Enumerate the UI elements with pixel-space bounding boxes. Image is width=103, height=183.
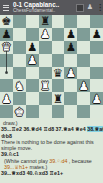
square-f2[interactable]	[64, 92, 77, 105]
square-d7[interactable]: ♟	[39, 28, 52, 41]
white-piece-p-f4: ♟	[66, 67, 76, 79]
square-g2[interactable]	[77, 92, 90, 105]
overflow-menu-icon[interactable]: ⋮	[96, 4, 101, 12]
current-move-highlight[interactable]: 38.♕a6	[87, 126, 103, 132]
annotation-text: (White cannot play	[4, 158, 49, 164]
white-piece-q-a6: ♛	[1, 41, 11, 53]
white-piece-p-g3: ♟	[79, 80, 89, 92]
annotation-text: , because	[67, 158, 91, 164]
square-c5[interactable]: ♟	[26, 54, 39, 67]
square-a6[interactable]: ♛	[0, 41, 13, 54]
square-c7[interactable]	[26, 28, 39, 41]
black-piece-k-a8: ♚	[1, 15, 11, 27]
black-piece-p-a7: ♟	[1, 28, 11, 40]
square-c1[interactable]	[26, 105, 39, 118]
square-c2[interactable]	[26, 92, 39, 105]
square-h4[interactable]	[90, 67, 103, 80]
square-d3[interactable]: ♜	[39, 79, 52, 92]
square-b6[interactable]	[13, 41, 26, 54]
square-c3[interactable]	[26, 79, 39, 92]
square-b3[interactable]: ♞	[13, 79, 26, 92]
square-f6[interactable]: ♟	[64, 41, 77, 54]
square-g6[interactable]	[77, 41, 90, 54]
square-e5[interactable]	[52, 54, 65, 67]
square-h5[interactable]	[90, 54, 103, 67]
square-e7[interactable]	[52, 28, 65, 41]
annotation-text: draw.)	[3, 120, 17, 126]
square-d2[interactable]	[39, 92, 52, 105]
square-f8[interactable]	[64, 15, 77, 28]
square-b7[interactable]	[13, 28, 26, 41]
white-piece-p-d7: ♟	[40, 28, 50, 40]
notation-line: 39...♕xd3 40.♘xd3 ♖e1+	[1, 170, 102, 176]
black-piece-r-d8: ♜	[40, 15, 50, 27]
chess-board[interactable]: ♚♜♟♟♟♟♛♟♟♟♛♟♞♜♟♟♜♟♚	[0, 15, 103, 118]
square-a1[interactable]	[0, 105, 13, 118]
square-g4[interactable]	[77, 67, 90, 80]
square-g7[interactable]	[77, 28, 90, 41]
square-c6[interactable]: ♟	[26, 41, 39, 54]
move-token[interactable]: 35...♖e2 36.♕d4 ♖d8 37.♕a4 ♕e4	[1, 126, 87, 132]
white-piece-r-d3: ♜	[40, 80, 50, 92]
square-c4[interactable]	[26, 67, 39, 80]
square-h2[interactable]: ♟	[90, 92, 103, 105]
notation-line: 35...♖e2 36.♕d4 ♖d8 37.♕a4 ♕e4 38.♕a6	[1, 126, 102, 132]
black-piece-p-h7: ♟	[91, 28, 101, 40]
square-b4[interactable]	[13, 67, 26, 80]
square-a5[interactable]	[0, 54, 13, 67]
chess-app-window: 0-1 Capablanc.. ChessFundamental.. ♟ ⋮ ♚…	[0, 0, 103, 183]
square-f5[interactable]	[64, 54, 77, 67]
square-g5[interactable]	[77, 54, 90, 67]
square-f4[interactable]: ♟	[64, 67, 77, 80]
square-a2[interactable]: ♟	[0, 92, 13, 105]
black-piece-p-f7: ♟	[66, 28, 76, 40]
square-f1[interactable]	[64, 105, 77, 118]
square-g3[interactable]: ♟	[77, 79, 90, 92]
square-a8[interactable]: ♚	[0, 15, 13, 28]
square-b1[interactable]: ♚	[13, 105, 26, 118]
square-f7[interactable]: ♟	[64, 28, 77, 41]
engine-piece-icon[interactable]: ♟	[87, 4, 93, 11]
black-piece-p-c6: ♟	[27, 41, 37, 53]
move-token[interactable]: 39...♕xd3 40.♘xd3 ♖e1+	[1, 170, 63, 176]
toolbar-actions: ♟ ⋮	[76, 4, 103, 12]
annotation-text: mates.)	[28, 164, 47, 170]
annotation-text: There is nothing to be done against this	[1, 139, 94, 145]
white-piece-p-c5: ♟	[27, 54, 37, 66]
annotation-text: simple move.	[1, 145, 32, 151]
square-e2[interactable]: ♜	[52, 92, 65, 105]
move-token[interactable]: 39...♕h1+	[4, 164, 28, 170]
white-piece-p-a2: ♟	[1, 93, 11, 105]
square-d1[interactable]	[39, 105, 52, 118]
square-e3[interactable]	[52, 79, 65, 92]
board-view-icon[interactable]	[76, 4, 84, 12]
square-f3[interactable]	[64, 79, 77, 92]
square-b5[interactable]	[13, 54, 26, 67]
app-toolbar: 0-1 Capablanc.. ChessFundamental.. ♟ ⋮	[0, 0, 103, 15]
square-b2[interactable]	[13, 92, 26, 105]
hamburger-menu-icon[interactable]	[0, 0, 11, 15]
square-e1[interactable]	[52, 105, 65, 118]
square-a7[interactable]: ♟	[0, 28, 13, 41]
square-e4[interactable]: ♛	[52, 67, 65, 80]
square-a3[interactable]	[0, 79, 13, 92]
square-d8[interactable]: ♜	[39, 15, 52, 28]
black-piece-q-e4: ♛	[53, 67, 63, 79]
square-e6[interactable]	[52, 41, 65, 54]
square-h1[interactable]	[90, 105, 103, 118]
square-h8[interactable]	[90, 15, 103, 28]
square-g1[interactable]	[77, 105, 90, 118]
square-b8[interactable]	[13, 15, 26, 28]
game-title: 0-1 Capablanc..	[13, 2, 76, 8]
square-h3[interactable]	[90, 79, 103, 92]
white-piece-k-b1: ♚	[14, 106, 24, 118]
square-d4[interactable]	[39, 67, 52, 80]
move-token[interactable]: 39.♘d4	[49, 158, 67, 164]
white-piece-p-h2: ♟	[91, 93, 101, 105]
square-c8[interactable]	[26, 15, 39, 28]
pgn-file-subtitle: ChessFundamental..	[13, 9, 76, 14]
square-h6[interactable]	[90, 41, 103, 54]
square-h7[interactable]: ♟	[90, 28, 103, 41]
square-d5[interactable]	[39, 54, 52, 67]
black-piece-p-f6: ♟	[66, 41, 76, 53]
title-block: 0-1 Capablanc.. ChessFundamental..	[11, 2, 76, 14]
black-piece-r-e2: ♜	[53, 93, 63, 105]
square-d6[interactable]	[39, 41, 52, 54]
square-g8[interactable]	[77, 15, 90, 28]
move-token[interactable]: ♔b8	[1, 133, 12, 139]
square-e8[interactable]	[52, 15, 65, 28]
move-notation-panel[interactable]: draw.)35...♖e2 36.♕d4 ♖d8 37.♕a4 ♕e4 38.…	[0, 118, 103, 183]
white-piece-n-b3: ♞	[14, 80, 24, 92]
square-a4[interactable]	[0, 67, 13, 80]
move-token[interactable]: 39.♘c1	[1, 151, 19, 157]
